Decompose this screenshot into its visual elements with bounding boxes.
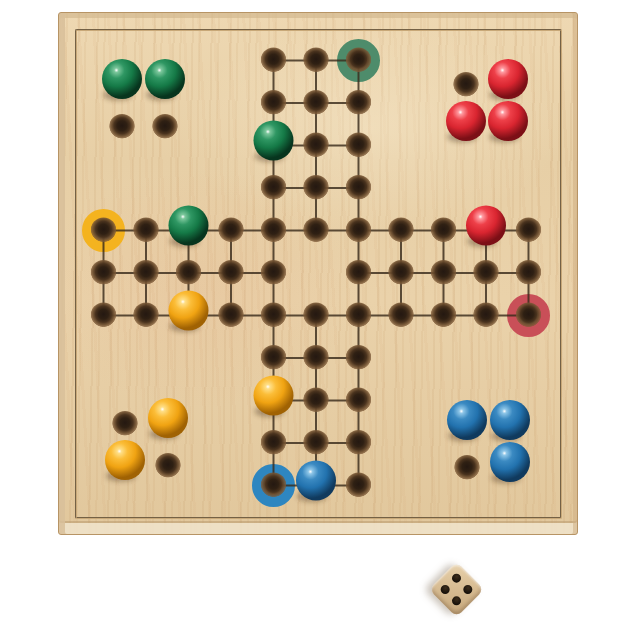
- board-hole[interactable]: [431, 303, 457, 329]
- board-hole[interactable]: [346, 473, 372, 499]
- board-hole[interactable]: [516, 303, 542, 329]
- board-hole[interactable]: [218, 260, 244, 286]
- board-hole[interactable]: [346, 175, 372, 201]
- blue-ball[interactable]: [296, 461, 336, 501]
- board-hole[interactable]: [346, 303, 372, 329]
- yellow-ball[interactable]: [254, 376, 294, 416]
- board-hole[interactable]: [133, 260, 159, 286]
- green-ball[interactable]: [254, 121, 294, 161]
- board-hole[interactable]: [91, 260, 117, 286]
- blue-ball[interactable]: [490, 442, 530, 482]
- board-hole[interactable]: [346, 133, 372, 159]
- board-hole[interactable]: [303, 175, 329, 201]
- red-ball[interactable]: [466, 206, 506, 246]
- photo-stage: [0, 0, 635, 635]
- board-hole[interactable]: [261, 48, 287, 74]
- board-hole[interactable]: [91, 218, 117, 244]
- board-hole[interactable]: [261, 430, 287, 456]
- green-home-hole[interactable]: [109, 114, 135, 140]
- blue-ball[interactable]: [490, 400, 530, 440]
- board-hole[interactable]: [261, 218, 287, 244]
- green-home-hole[interactable]: [152, 114, 178, 140]
- die-pip: [461, 583, 474, 596]
- board-overlay: [0, 0, 635, 635]
- board-hole[interactable]: [303, 48, 329, 74]
- board-hole[interactable]: [303, 133, 329, 159]
- board-hole[interactable]: [261, 90, 287, 116]
- board-hole[interactable]: [261, 345, 287, 371]
- board-hole[interactable]: [431, 218, 457, 244]
- board-hole[interactable]: [346, 218, 372, 244]
- board-hole[interactable]: [303, 430, 329, 456]
- board-hole[interactable]: [388, 218, 414, 244]
- board-hole[interactable]: [303, 90, 329, 116]
- die-pip: [439, 583, 452, 596]
- board-hole[interactable]: [346, 260, 372, 286]
- die-pip: [450, 572, 463, 585]
- board-hole[interactable]: [261, 473, 287, 499]
- board-hole[interactable]: [303, 303, 329, 329]
- yellow-ball[interactable]: [105, 440, 145, 480]
- yellow-ball[interactable]: [148, 398, 188, 438]
- green-ball[interactable]: [102, 59, 142, 99]
- board-hole[interactable]: [91, 303, 117, 329]
- red-home-hole[interactable]: [453, 72, 479, 98]
- board-hole[interactable]: [133, 218, 159, 244]
- board-hole[interactable]: [261, 303, 287, 329]
- board-hole[interactable]: [473, 260, 499, 286]
- die-pip: [450, 594, 463, 607]
- board-hole[interactable]: [388, 260, 414, 286]
- red-ball[interactable]: [446, 101, 486, 141]
- yellow-ball[interactable]: [169, 291, 209, 331]
- green-ball[interactable]: [169, 206, 209, 246]
- red-ball[interactable]: [488, 101, 528, 141]
- board-hole[interactable]: [431, 260, 457, 286]
- board-hole[interactable]: [346, 388, 372, 414]
- board-hole[interactable]: [346, 90, 372, 116]
- board-hole[interactable]: [176, 260, 202, 286]
- board-hole[interactable]: [346, 48, 372, 74]
- board-hole[interactable]: [516, 260, 542, 286]
- board-hole[interactable]: [303, 345, 329, 371]
- blue-ball[interactable]: [447, 400, 487, 440]
- board-hole[interactable]: [346, 345, 372, 371]
- board-hole[interactable]: [346, 430, 372, 456]
- board-hole[interactable]: [218, 218, 244, 244]
- blue-home-hole[interactable]: [454, 455, 480, 481]
- board-hole[interactable]: [261, 175, 287, 201]
- board-hole[interactable]: [133, 303, 159, 329]
- board-hole[interactable]: [303, 218, 329, 244]
- green-ball[interactable]: [145, 59, 185, 99]
- board-hole[interactable]: [516, 218, 542, 244]
- red-ball[interactable]: [488, 59, 528, 99]
- board-hole[interactable]: [388, 303, 414, 329]
- yellow-home-hole[interactable]: [112, 411, 138, 437]
- board-hole[interactable]: [303, 388, 329, 414]
- board-hole[interactable]: [261, 260, 287, 286]
- yellow-home-hole[interactable]: [155, 453, 181, 479]
- board-hole[interactable]: [473, 303, 499, 329]
- board-hole[interactable]: [218, 303, 244, 329]
